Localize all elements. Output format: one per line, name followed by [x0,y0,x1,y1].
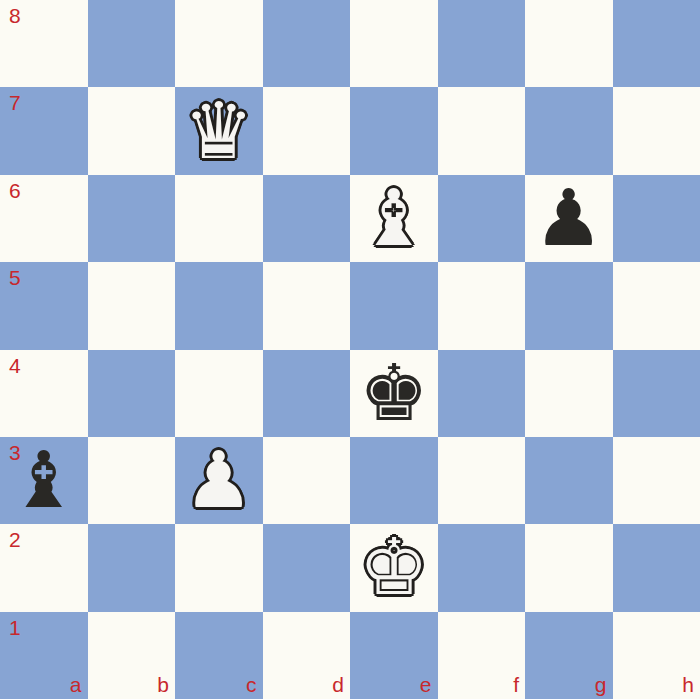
piece-white-pawn[interactable]: ♟ [184,437,254,524]
square-f5[interactable] [438,262,526,349]
square-b6[interactable] [88,175,176,262]
square-g8[interactable] [525,0,613,87]
square-d4[interactable] [263,350,351,437]
square-d2[interactable] [263,524,351,611]
square-a5[interactable]: 5 [0,262,88,349]
square-h8[interactable] [613,0,700,87]
square-d6[interactable] [263,175,351,262]
square-c7[interactable]: ♛ [175,87,263,174]
square-c5[interactable] [175,262,263,349]
square-g1[interactable]: g [525,612,613,699]
square-f7[interactable] [438,87,526,174]
square-g4[interactable] [525,350,613,437]
square-g6[interactable]: ♟ [525,175,613,262]
square-g3[interactable] [525,437,613,524]
square-a6[interactable]: 6 [0,175,88,262]
rank-label-3: 3 [9,442,21,463]
square-d8[interactable] [263,0,351,87]
piece-white-king[interactable]: ♚ [359,524,429,611]
rank-label-7: 7 [9,92,21,113]
square-f8[interactable] [438,0,526,87]
square-e5[interactable] [350,262,438,349]
square-h2[interactable] [613,524,700,611]
square-g2[interactable] [525,524,613,611]
file-label-c: c [246,674,257,695]
file-label-e: e [420,674,432,695]
square-b3[interactable] [88,437,176,524]
square-h4[interactable] [613,350,700,437]
square-c4[interactable] [175,350,263,437]
rank-label-1: 1 [9,617,21,638]
square-a8[interactable]: 8 [0,0,88,87]
square-a2[interactable]: 2 [0,524,88,611]
square-g7[interactable] [525,87,613,174]
file-label-b: b [157,674,169,695]
square-h7[interactable] [613,87,700,174]
rank-label-6: 6 [9,180,21,201]
square-f3[interactable] [438,437,526,524]
rank-label-5: 5 [9,267,21,288]
square-c2[interactable] [175,524,263,611]
file-label-h: h [682,674,694,695]
square-d5[interactable] [263,262,351,349]
file-label-d: d [332,674,344,695]
piece-black-pawn[interactable]: ♟ [534,175,604,262]
square-e7[interactable] [350,87,438,174]
square-b2[interactable] [88,524,176,611]
piece-white-queen[interactable]: ♛ [184,88,254,175]
piece-white-bishop[interactable]: ♝ [359,175,429,262]
square-a4[interactable]: 4 [0,350,88,437]
square-d1[interactable]: d [263,612,351,699]
file-label-g: g [595,674,607,695]
square-h6[interactable] [613,175,700,262]
square-e3[interactable] [350,437,438,524]
square-e2[interactable]: ♚ [350,524,438,611]
square-f4[interactable] [438,350,526,437]
square-h3[interactable] [613,437,700,524]
square-b7[interactable] [88,87,176,174]
square-c6[interactable] [175,175,263,262]
square-d3[interactable] [263,437,351,524]
rank-label-4: 4 [9,355,21,376]
square-f2[interactable] [438,524,526,611]
chess-board: 87♛6♝♟54♚3♝♟2♚1abcdefgh [0,0,700,699]
square-e1[interactable]: e [350,612,438,699]
square-e6[interactable]: ♝ [350,175,438,262]
rank-label-2: 2 [9,529,21,550]
square-a1[interactable]: 1a [0,612,88,699]
square-e8[interactable] [350,0,438,87]
square-c8[interactable] [175,0,263,87]
square-b8[interactable] [88,0,176,87]
square-f6[interactable] [438,175,526,262]
piece-black-king[interactable]: ♚ [359,350,429,437]
square-a3[interactable]: 3♝ [0,437,88,524]
square-b1[interactable]: b [88,612,176,699]
rank-label-8: 8 [9,5,21,26]
square-h5[interactable] [613,262,700,349]
square-b4[interactable] [88,350,176,437]
square-a7[interactable]: 7 [0,87,88,174]
square-h1[interactable]: h [613,612,700,699]
square-b5[interactable] [88,262,176,349]
square-c1[interactable]: c [175,612,263,699]
square-d7[interactable] [263,87,351,174]
file-label-f: f [513,674,519,695]
square-f1[interactable]: f [438,612,526,699]
square-c3[interactable]: ♟ [175,437,263,524]
square-e4[interactable]: ♚ [350,350,438,437]
square-g5[interactable] [525,262,613,349]
file-label-a: a [70,674,82,695]
